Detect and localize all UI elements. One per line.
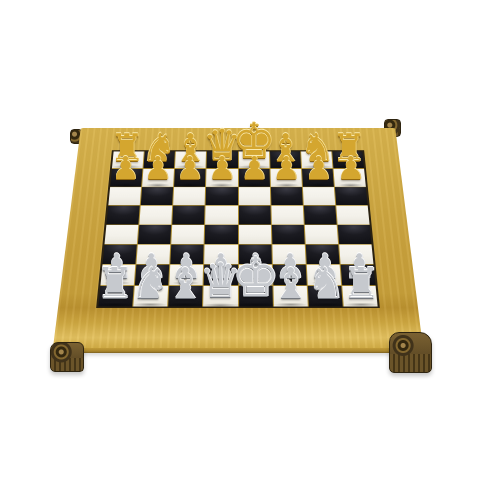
piece-gold-pawn-b7[interactable]: ♟: [143, 153, 171, 185]
piece-gold-pawn-f7[interactable]: ♟: [272, 153, 300, 185]
piece-gold-pawn-c7[interactable]: ♟: [175, 153, 203, 185]
piece-silver-bishop-f1[interactable]: ♝: [272, 263, 310, 305]
piece-silver-rook-a1[interactable]: ♜: [96, 263, 134, 305]
chess-set-photo: ♜♞♝♛♚♝♞♜♟♟♟♟♟♟♟♟♟♟♟♟♟♟♟♟♜♞♝♛♚♝♞♜: [0, 0, 480, 480]
piece-gold-pawn-g7[interactable]: ♟: [304, 153, 332, 185]
piece-silver-rook-h1[interactable]: ♜: [342, 263, 380, 305]
piece-gold-pawn-a7[interactable]: ♟: [111, 153, 139, 185]
piece-silver-knight-g1[interactable]: ♞: [307, 262, 346, 305]
piece-gold-pawn-d7[interactable]: ♟: [208, 153, 236, 185]
piece-silver-knight-b1[interactable]: ♞: [130, 262, 169, 305]
piece-gold-pawn-h7[interactable]: ♟: [336, 153, 364, 185]
pieces-layer: ♜♞♝♛♚♝♞♜♟♟♟♟♟♟♟♟♟♟♟♟♟♟♟♟♜♞♝♛♚♝♞♜: [0, 0, 480, 480]
piece-gold-pawn-e7[interactable]: ♟: [240, 153, 268, 185]
